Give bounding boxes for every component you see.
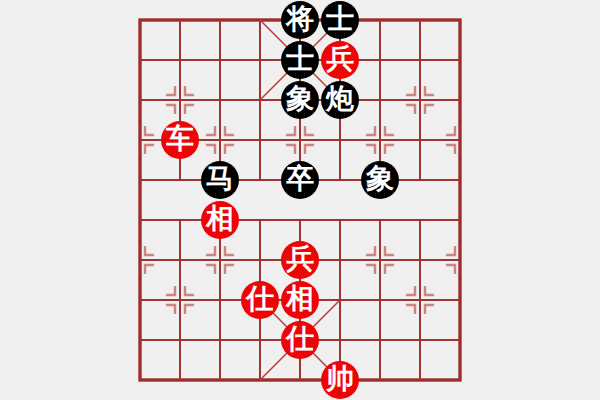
piece-black-advisor[interactable]: 士 xyxy=(321,1,359,39)
piece-glyph: 相 xyxy=(206,205,234,233)
piece-glyph: 象 xyxy=(286,85,314,113)
piece-red-elephant[interactable]: 相 xyxy=(201,201,239,239)
piece-glyph: 炮 xyxy=(326,85,354,113)
piece-glyph: 帅 xyxy=(326,365,354,393)
piece-red-elephant[interactable]: 相 xyxy=(281,281,319,319)
piece-red-soldier[interactable]: 兵 xyxy=(321,41,359,79)
piece-glyph: 车 xyxy=(166,125,194,153)
piece-glyph: 仕 xyxy=(286,325,314,353)
piece-glyph: 士 xyxy=(326,5,354,33)
xiangqi-board: 将士士兵象炮车马卒象相兵仕相仕帅 xyxy=(120,0,480,400)
piece-black-horse[interactable]: 马 xyxy=(201,161,239,199)
piece-red-soldier[interactable]: 兵 xyxy=(281,241,319,279)
piece-black-soldier[interactable]: 卒 xyxy=(281,161,319,199)
piece-black-general[interactable]: 将 xyxy=(281,1,319,39)
piece-glyph: 士 xyxy=(286,45,314,73)
piece-glyph: 兵 xyxy=(326,45,354,73)
piece-black-advisor[interactable]: 士 xyxy=(281,41,319,79)
piece-glyph: 将 xyxy=(286,5,314,33)
piece-red-advisor[interactable]: 仕 xyxy=(281,321,319,359)
piece-glyph: 仕 xyxy=(246,285,274,313)
piece-glyph: 兵 xyxy=(286,245,314,273)
xiangqi-diagram: 将士士兵象炮车马卒象相兵仕相仕帅 xyxy=(0,0,600,400)
piece-red-chariot[interactable]: 车 xyxy=(161,121,199,159)
piece-glyph: 象 xyxy=(366,165,394,193)
piece-glyph: 马 xyxy=(206,165,234,193)
piece-black-cannon[interactable]: 炮 xyxy=(321,81,359,119)
piece-glyph: 卒 xyxy=(286,165,314,193)
piece-black-elephant[interactable]: 象 xyxy=(281,81,319,119)
piece-glyph: 相 xyxy=(286,285,314,313)
piece-red-general[interactable]: 帅 xyxy=(321,361,359,399)
piece-black-elephant[interactable]: 象 xyxy=(361,161,399,199)
piece-red-advisor[interactable]: 仕 xyxy=(241,281,279,319)
